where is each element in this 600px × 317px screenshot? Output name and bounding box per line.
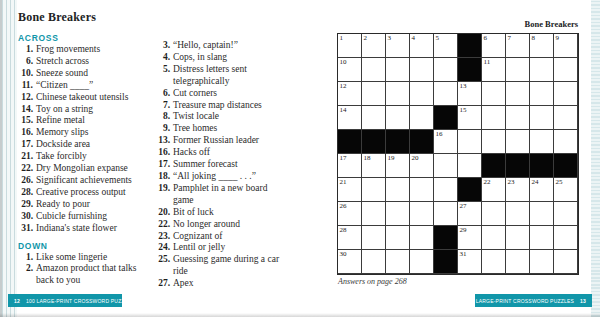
cell-r6c6[interactable] (458, 154, 482, 178)
clue-number: 25. (155, 254, 173, 278)
clue-text: Cognizant of (173, 231, 285, 243)
clue-number: 22. (18, 163, 36, 175)
cell-r7c9[interactable]: 24 (530, 178, 554, 202)
cell-r8c4[interactable] (410, 202, 434, 226)
cell-number: 28 (340, 226, 347, 234)
clue-number: 12. (18, 92, 36, 104)
cell-r2c1[interactable]: 10 (338, 58, 362, 82)
clue-across-22: 22.Dry Mongolian expanse (18, 163, 155, 175)
clue-down-19: 19.Pamphlet in a new board game (155, 183, 285, 207)
cell-number: 21 (340, 178, 347, 186)
clue-text: Dockside area (36, 139, 155, 151)
cell-r2c10[interactable] (554, 58, 578, 82)
cell-r4c7[interactable] (482, 106, 506, 130)
right-page-number: 13 (580, 298, 586, 304)
cell-number: 22 (484, 178, 491, 186)
clue-number: 1. (18, 44, 36, 56)
clue-text: Indiana's state flower (36, 223, 155, 235)
down-heading: DOWN (18, 240, 155, 252)
cell-r2c4[interactable] (410, 58, 434, 82)
clue-number: 26. (18, 175, 36, 187)
cell-r4c3[interactable] (386, 106, 410, 130)
black-cell-r2c6 (458, 58, 482, 82)
clue-text: No longer around (173, 219, 285, 231)
cell-r7c2[interactable] (362, 178, 386, 202)
footer-left-page: 12 100 LARGE-PRINT CROSSWORD PUZZLES (8, 294, 122, 307)
clue-number: 28. (18, 187, 36, 199)
cell-r3c5[interactable] (434, 82, 458, 106)
clue-across-11: 11.“Citizen ____” (18, 80, 155, 92)
cell-r6c5[interactable] (434, 154, 458, 178)
cell-number: 23 (508, 178, 515, 186)
clue-text: Lentil or jelly (173, 242, 285, 254)
cell-r3c8[interactable] (506, 82, 530, 106)
cell-r2c5[interactable] (434, 58, 458, 82)
clue-number: 18. (155, 171, 173, 183)
black-cell-r5c3 (386, 130, 410, 154)
cell-number: 18 (364, 154, 371, 162)
cell-r10c1[interactable]: 30 (338, 250, 362, 274)
cell-r4c6[interactable]: 15 (458, 106, 482, 130)
cell-r8c2[interactable] (362, 202, 386, 226)
book-spread: { "game": "crossword", "title": "Bone Br… (0, 0, 600, 317)
cell-number: 17 (340, 154, 347, 162)
cell-r9c9[interactable] (530, 226, 554, 250)
clue-number: 13. (155, 135, 173, 147)
answers-note: Answers on page 268 (338, 277, 407, 286)
clue-down-24: 24.Lentil or jelly (155, 242, 285, 254)
clue-number: 3. (155, 40, 173, 52)
clue-text: Significant achievements (36, 175, 155, 187)
clue-text: Amazon product that talks back to you (36, 263, 155, 287)
cell-r10c9[interactable] (530, 250, 554, 274)
clue-across-30: 30.Cubicle furnishing (18, 211, 155, 223)
book-title: 100 LARGE-PRINT CROSSWORD PUZZLES (26, 298, 122, 304)
clue-number: 10. (18, 68, 36, 80)
cell-r9c1[interactable]: 28 (338, 226, 362, 250)
clue-across-26: 26.Significant achievements (18, 175, 155, 187)
clue-number: 5. (155, 64, 173, 88)
cell-r2c7[interactable]: 11 (482, 58, 506, 82)
footer-right-page: 100 LARGE-PRINT CROSSWORD PUZZLES 13 (475, 294, 592, 307)
clue-text: Former Russian leader (173, 135, 285, 147)
cell-number: 26 (340, 202, 347, 210)
cell-number: 19 (388, 154, 395, 162)
cell-r3c3[interactable] (386, 82, 410, 106)
clue-text: Apex (173, 278, 285, 290)
clue-across-21: 21.Take forcibly (18, 151, 155, 163)
cell-number: 7 (508, 34, 512, 42)
clue-down-4: 4.Cops, in slang (155, 52, 285, 64)
left-page-number: 12 (14, 298, 20, 304)
clue-down-5: 5.Distress letters sent telegraphically (155, 64, 285, 88)
cell-r10c2[interactable] (362, 250, 386, 274)
clue-text: Tree homes (173, 123, 285, 135)
cell-r4c1[interactable]: 14 (338, 106, 362, 130)
clue-text: Pamphlet in a new board game (173, 183, 285, 207)
cell-r7c3[interactable] (386, 178, 410, 202)
cell-r3c2[interactable] (362, 82, 386, 106)
clue-number: 24. (155, 242, 173, 254)
clue-across-10: 10.Sneeze sound (18, 68, 155, 80)
puzzle-title: Bone Breakers (18, 10, 96, 25)
clue-text: Like some lingerie (36, 252, 155, 264)
clue-down-7: 7.Treasure map distances (155, 100, 285, 112)
clue-across-12: 12.Chinese takeout utensils (18, 92, 155, 104)
cell-number: 11 (484, 58, 491, 66)
cell-r9c7[interactable] (482, 226, 506, 250)
black-cell-r1c6 (458, 34, 482, 58)
clue-across-29: 29.Ready to pour (18, 199, 155, 211)
cell-r4c8[interactable] (506, 106, 530, 130)
clue-across-31: 31.Indiana's state flower (18, 223, 155, 235)
cell-r3c7[interactable] (482, 82, 506, 106)
cell-r1c4[interactable]: 4 (410, 34, 434, 58)
clue-down-9: 9.Tree homes (155, 123, 285, 135)
cell-r8c5[interactable] (434, 202, 458, 226)
cell-r2c9[interactable] (530, 58, 554, 82)
clue-down-16: 16.Hacks off (155, 147, 285, 159)
cell-r5c5[interactable]: 16 (434, 130, 458, 154)
clue-down-3: 3.“Hello, captain!” (155, 40, 285, 52)
clue-across-16: 16.Memory slips (18, 127, 155, 139)
clue-number: 31. (18, 223, 36, 235)
cell-number: 24 (532, 178, 539, 186)
cell-r10c7[interactable] (482, 250, 506, 274)
clue-text: Chinese takeout utensils (36, 92, 155, 104)
black-cell-r6c10 (554, 154, 578, 178)
cell-number: 3 (388, 34, 392, 42)
clue-number: 4. (155, 52, 173, 64)
clue-number: 17. (18, 139, 36, 151)
cell-r7c4[interactable] (410, 178, 434, 202)
cell-number: 10 (340, 58, 347, 66)
cell-r8c1[interactable]: 26 (338, 202, 362, 226)
page-bottom-shadow (0, 313, 600, 317)
cell-r10c3[interactable] (386, 250, 410, 274)
clue-down-23: 23.Cognizant of (155, 231, 285, 243)
clue-number: 9. (155, 123, 173, 135)
cell-r1c7[interactable]: 6 (482, 34, 506, 58)
cell-r8c6[interactable]: 27 (458, 202, 482, 226)
clue-text: Hacks off (173, 147, 285, 159)
clue-down-25: 25.Guessing game during a car ride (155, 254, 285, 278)
clue-number: 19. (155, 183, 173, 207)
clue-text: Stretch across (36, 56, 155, 68)
cell-r5c9[interactable] (530, 130, 554, 154)
clue-text: Toy on a string (36, 104, 155, 116)
black-cell-r9c5 (434, 226, 458, 250)
clue-text: Refine metal (36, 115, 155, 127)
clue-number: 6. (18, 56, 36, 68)
clue-text: “All joking ____ . . .” (173, 171, 285, 183)
cell-number: 14 (340, 106, 347, 114)
cell-r3c9[interactable] (530, 82, 554, 106)
cell-number: 27 (460, 202, 467, 210)
cell-r1c3[interactable]: 3 (386, 34, 410, 58)
cell-r2c2[interactable] (362, 58, 386, 82)
clue-number: 17. (155, 159, 173, 171)
cell-r6c1[interactable]: 17 (338, 154, 362, 178)
clue-number: 21. (18, 151, 36, 163)
cell-r9c4[interactable] (410, 226, 434, 250)
cell-r4c4[interactable] (410, 106, 434, 130)
black-cell-r5c1 (338, 130, 362, 154)
clue-across-15: 15.Refine metal (18, 115, 155, 127)
page-edge-left-decoration (0, 0, 17, 317)
clue-number: 20. (155, 207, 173, 219)
cell-r8c7[interactable] (482, 202, 506, 226)
cell-number: 5 (436, 34, 440, 42)
cell-r1c9[interactable]: 8 (530, 34, 554, 58)
cell-r10c8[interactable] (506, 250, 530, 274)
book-title: 100 LARGE-PRINT CROSSWORD PUZZLES (475, 298, 574, 304)
clue-down-13: 13.Former Russian leader (155, 135, 285, 147)
cell-r7c7[interactable]: 22 (482, 178, 506, 202)
cell-r4c10[interactable] (554, 106, 578, 130)
cell-r5c8[interactable] (506, 130, 530, 154)
clue-number: 16. (155, 147, 173, 159)
clue-text: Cops, in slang (173, 52, 285, 64)
cell-number: 4 (412, 34, 416, 42)
clue-text: Take forcibly (36, 151, 155, 163)
black-cell-r6c9 (530, 154, 554, 178)
cell-r9c3[interactable] (386, 226, 410, 250)
clue-down-8: 8.Twist locale (155, 111, 285, 123)
cell-r6c3[interactable]: 19 (386, 154, 410, 178)
cell-number: 2 (364, 34, 368, 42)
cell-r2c3[interactable] (386, 58, 410, 82)
clue-down-2: 2.Amazon product that talks back to you (18, 263, 155, 287)
clue-text: Cut corners (173, 88, 285, 100)
clue-down-18: 18.“All joking ____ . . .” (155, 171, 285, 183)
across-heading: ACROSS (18, 32, 155, 44)
black-cell-r6c8 (506, 154, 530, 178)
cell-r10c10[interactable] (554, 250, 578, 274)
cell-r7c5[interactable] (434, 178, 458, 202)
clue-number: 1. (18, 252, 36, 264)
clue-text: “Citizen ____” (36, 80, 155, 92)
cell-r10c4[interactable] (410, 250, 434, 274)
black-cell-r10c5 (434, 250, 458, 274)
clue-across-14: 14.Toy on a string (18, 104, 155, 116)
cell-r8c10[interactable] (554, 202, 578, 226)
cell-r10c6[interactable]: 31 (458, 250, 482, 274)
clue-text: Twist locale (173, 111, 285, 123)
clue-text: Sneeze sound (36, 68, 155, 80)
crossword-grid: 1234567891011121314151617181920212223242… (337, 33, 579, 275)
cell-r2c8[interactable] (506, 58, 530, 82)
black-cell-r5c2 (362, 130, 386, 154)
clue-number: 23. (155, 231, 173, 243)
cell-number: 31 (460, 250, 467, 258)
clue-text: Guessing game during a car ride (173, 254, 285, 278)
cell-r7c1[interactable]: 21 (338, 178, 362, 202)
cell-r6c4[interactable]: 20 (410, 154, 434, 178)
clue-down-17: 17.Summer forecast (155, 159, 285, 171)
cell-r8c3[interactable] (386, 202, 410, 226)
clue-number: 30. (18, 211, 36, 223)
cell-r7c8[interactable]: 23 (506, 178, 530, 202)
clue-number: 15. (18, 115, 36, 127)
clue-text: Treasure map distances (173, 100, 285, 112)
clue-down-6: 6.Cut corners (155, 88, 285, 100)
cell-r6c2[interactable]: 18 (362, 154, 386, 178)
cell-number: 13 (460, 82, 467, 90)
clue-down-1: 1.Like some lingerie (18, 252, 155, 264)
clue-text: Bit of luck (173, 207, 285, 219)
cell-r1c1[interactable]: 1 (338, 34, 362, 58)
clue-down-22: 22.No longer around (155, 219, 285, 231)
cell-number: 20 (412, 154, 419, 162)
clue-text: Memory slips (36, 127, 155, 139)
cell-r8c9[interactable] (530, 202, 554, 226)
cell-r5c10[interactable] (554, 130, 578, 154)
cell-r9c10[interactable] (554, 226, 578, 250)
clue-text: Distress letters sent telegraphically (173, 64, 285, 88)
cell-r9c8[interactable] (506, 226, 530, 250)
page-edge-right-decoration (591, 0, 600, 317)
clue-number: 27. (155, 278, 173, 290)
cell-number: 6 (484, 34, 488, 42)
cell-r3c6[interactable]: 13 (458, 82, 482, 106)
clue-down-27: 27.Apex (155, 278, 285, 290)
clue-number: 29. (18, 199, 36, 211)
clue-across-1: 1.Frog movements (18, 44, 155, 56)
black-cell-r4c5 (434, 106, 458, 130)
clue-column-right: 3.“Hello, captain!”4.Cops, in slang5.Dis… (155, 40, 285, 290)
clue-number: 6. (155, 88, 173, 100)
cell-r3c4[interactable] (410, 82, 434, 106)
black-cell-r7c6 (458, 178, 482, 202)
black-cell-r5c4 (410, 130, 434, 154)
clue-number: 8. (155, 111, 173, 123)
cell-r1c5[interactable]: 5 (434, 34, 458, 58)
clue-number: 2. (18, 263, 36, 287)
clue-text: Cubicle furnishing (36, 211, 155, 223)
cell-number: 8 (532, 34, 536, 42)
clue-column-left: ACROSS1.Frog movements6.Stretch across10… (18, 32, 155, 287)
clue-text: Ready to pour (36, 199, 155, 211)
clue-number: 14. (18, 104, 36, 116)
clue-across-28: 28.Creative process output (18, 187, 155, 199)
cell-r1c2[interactable]: 2 (362, 34, 386, 58)
cell-number: 9 (556, 34, 560, 42)
cell-r3c10[interactable] (554, 82, 578, 106)
clue-number: 7. (155, 100, 173, 112)
clue-text: Creative process output (36, 187, 155, 199)
cell-r5c6[interactable] (458, 130, 482, 154)
cell-r1c10[interactable]: 9 (554, 34, 578, 58)
clue-number: 11. (18, 80, 36, 92)
clue-text: Dry Mongolian expanse (36, 163, 155, 175)
cell-number: 25 (556, 178, 563, 186)
cell-r9c6[interactable]: 29 (458, 226, 482, 250)
cell-r4c9[interactable] (530, 106, 554, 130)
clue-text: “Hello, captain!” (173, 40, 285, 52)
grid-page-title: Bone Breakers (337, 19, 578, 29)
clue-text: Frog movements (36, 44, 155, 56)
cell-number: 12 (340, 82, 347, 90)
cell-number: 15 (460, 106, 467, 114)
cell-r5c7[interactable] (482, 130, 506, 154)
cell-r3c1[interactable]: 12 (338, 82, 362, 106)
clue-down-20: 20.Bit of luck (155, 207, 285, 219)
clue-across-6: 6.Stretch across (18, 56, 155, 68)
cell-r4c2[interactable] (362, 106, 386, 130)
clue-text: Summer forecast (173, 159, 285, 171)
cell-r1c8[interactable]: 7 (506, 34, 530, 58)
black-cell-r6c7 (482, 154, 506, 178)
cell-r7c10[interactable]: 25 (554, 178, 578, 202)
clue-across-17: 17.Dockside area (18, 139, 155, 151)
cell-number: 16 (436, 130, 443, 138)
cell-number: 29 (460, 226, 467, 234)
clue-number: 16. (18, 127, 36, 139)
cell-number: 30 (340, 250, 347, 258)
clue-number: 22. (155, 219, 173, 231)
cell-number: 1 (340, 34, 344, 42)
cell-r9c2[interactable] (362, 226, 386, 250)
cell-r8c8[interactable] (506, 202, 530, 226)
